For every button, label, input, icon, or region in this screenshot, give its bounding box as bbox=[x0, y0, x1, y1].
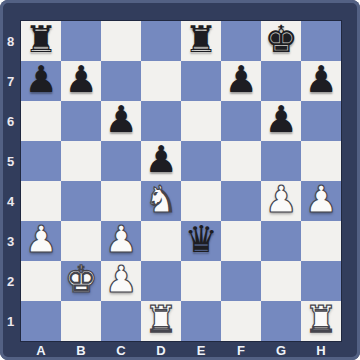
white-pawn[interactable]: ♟ bbox=[264, 180, 297, 220]
black-pawn[interactable]: ♟ bbox=[304, 60, 337, 100]
square-c4[interactable] bbox=[101, 181, 141, 221]
square-c8[interactable] bbox=[101, 21, 141, 61]
square-g6[interactable]: ♟ bbox=[261, 101, 301, 141]
square-c1[interactable] bbox=[101, 301, 141, 341]
file-label-c: C bbox=[101, 341, 141, 360]
square-d7[interactable] bbox=[141, 61, 181, 101]
square-d3[interactable] bbox=[141, 221, 181, 261]
square-f5[interactable] bbox=[221, 141, 261, 181]
black-pawn[interactable]: ♟ bbox=[144, 140, 177, 180]
square-b8[interactable] bbox=[61, 21, 101, 61]
rank-label-7: 7 bbox=[0, 61, 21, 101]
square-a7[interactable]: ♟ bbox=[21, 61, 61, 101]
square-a3[interactable]: ♟ bbox=[21, 221, 61, 261]
square-h3[interactable] bbox=[301, 221, 341, 261]
black-pawn[interactable]: ♟ bbox=[264, 100, 297, 140]
square-d1[interactable]: ♜ bbox=[141, 301, 181, 341]
file-label-h: H bbox=[301, 341, 341, 360]
square-d5[interactable]: ♟ bbox=[141, 141, 181, 181]
square-b1[interactable] bbox=[61, 301, 101, 341]
square-e2[interactable] bbox=[181, 261, 221, 301]
square-d6[interactable] bbox=[141, 101, 181, 141]
file-label-f: F bbox=[221, 341, 261, 360]
file-label-a: A bbox=[21, 341, 61, 360]
white-pawn[interactable]: ♟ bbox=[304, 180, 337, 220]
white-pawn[interactable]: ♟ bbox=[104, 220, 137, 260]
square-d4[interactable]: ♞ bbox=[141, 181, 181, 221]
square-d2[interactable] bbox=[141, 261, 181, 301]
file-label-b: B bbox=[61, 341, 101, 360]
white-rook[interactable]: ♜ bbox=[304, 300, 337, 340]
file-labels: ABCDEFGH bbox=[21, 341, 341, 360]
square-e6[interactable] bbox=[181, 101, 221, 141]
square-c3[interactable]: ♟ bbox=[101, 221, 141, 261]
square-e7[interactable] bbox=[181, 61, 221, 101]
square-a8[interactable]: ♜ bbox=[21, 21, 61, 61]
rank-label-2: 2 bbox=[0, 261, 21, 301]
file-label-g: G bbox=[261, 341, 301, 360]
square-b5[interactable] bbox=[61, 141, 101, 181]
square-h7[interactable]: ♟ bbox=[301, 61, 341, 101]
square-g8[interactable]: ♚ bbox=[261, 21, 301, 61]
square-g4[interactable]: ♟ bbox=[261, 181, 301, 221]
square-g1[interactable] bbox=[261, 301, 301, 341]
black-queen[interactable]: ♛ bbox=[184, 220, 217, 260]
white-pawn[interactable]: ♟ bbox=[104, 260, 137, 300]
file-label-d: D bbox=[141, 341, 181, 360]
chess-board-frame: ♜♜♚♟♟♟♟♟♟♟♞♟♟♟♟♛♚♟♜♜ 87654321 ABCDEFGH bbox=[0, 0, 360, 360]
rank-label-4: 4 bbox=[0, 181, 21, 221]
square-c6[interactable]: ♟ bbox=[101, 101, 141, 141]
rank-labels: 87654321 bbox=[0, 21, 21, 341]
square-h8[interactable] bbox=[301, 21, 341, 61]
rank-label-6: 6 bbox=[0, 101, 21, 141]
rank-label-5: 5 bbox=[0, 141, 21, 181]
square-d8[interactable] bbox=[141, 21, 181, 61]
square-h5[interactable] bbox=[301, 141, 341, 181]
black-rook[interactable]: ♜ bbox=[24, 20, 57, 60]
black-rook[interactable]: ♜ bbox=[184, 20, 217, 60]
square-b3[interactable] bbox=[61, 221, 101, 261]
square-a6[interactable] bbox=[21, 101, 61, 141]
square-h2[interactable] bbox=[301, 261, 341, 301]
square-f1[interactable] bbox=[221, 301, 261, 341]
square-f6[interactable] bbox=[221, 101, 261, 141]
black-pawn[interactable]: ♟ bbox=[64, 60, 97, 100]
rank-label-3: 3 bbox=[0, 221, 21, 261]
square-a1[interactable] bbox=[21, 301, 61, 341]
square-e5[interactable] bbox=[181, 141, 221, 181]
square-c2[interactable]: ♟ bbox=[101, 261, 141, 301]
white-king[interactable]: ♚ bbox=[64, 260, 97, 300]
square-b4[interactable] bbox=[61, 181, 101, 221]
square-f3[interactable] bbox=[221, 221, 261, 261]
square-a4[interactable] bbox=[21, 181, 61, 221]
white-pawn[interactable]: ♟ bbox=[24, 220, 57, 260]
square-a5[interactable] bbox=[21, 141, 61, 181]
square-f8[interactable] bbox=[221, 21, 261, 61]
square-b2[interactable]: ♚ bbox=[61, 261, 101, 301]
square-b6[interactable] bbox=[61, 101, 101, 141]
square-e1[interactable] bbox=[181, 301, 221, 341]
file-label-e: E bbox=[181, 341, 221, 360]
white-rook[interactable]: ♜ bbox=[144, 300, 177, 340]
square-e4[interactable] bbox=[181, 181, 221, 221]
square-c5[interactable] bbox=[101, 141, 141, 181]
rank-label-8: 8 bbox=[0, 21, 21, 61]
square-g7[interactable] bbox=[261, 61, 301, 101]
square-a2[interactable] bbox=[21, 261, 61, 301]
chess-board: ♜♜♚♟♟♟♟♟♟♟♞♟♟♟♟♛♚♟♜♜ bbox=[21, 21, 341, 341]
square-e8[interactable]: ♜ bbox=[181, 21, 221, 61]
square-h4[interactable]: ♟ bbox=[301, 181, 341, 221]
black-pawn[interactable]: ♟ bbox=[24, 60, 57, 100]
square-e3[interactable]: ♛ bbox=[181, 221, 221, 261]
square-h6[interactable] bbox=[301, 101, 341, 141]
square-g2[interactable] bbox=[261, 261, 301, 301]
rank-label-1: 1 bbox=[0, 301, 21, 341]
square-h1[interactable]: ♜ bbox=[301, 301, 341, 341]
square-f7[interactable]: ♟ bbox=[221, 61, 261, 101]
square-b7[interactable]: ♟ bbox=[61, 61, 101, 101]
square-g5[interactable] bbox=[261, 141, 301, 181]
square-g3[interactable] bbox=[261, 221, 301, 261]
square-c7[interactable] bbox=[101, 61, 141, 101]
black-pawn[interactable]: ♟ bbox=[224, 60, 257, 100]
white-knight[interactable]: ♞ bbox=[144, 180, 177, 220]
square-f4[interactable] bbox=[221, 181, 261, 221]
black-pawn[interactable]: ♟ bbox=[104, 100, 137, 140]
black-king[interactable]: ♚ bbox=[264, 20, 297, 60]
square-f2[interactable] bbox=[221, 261, 261, 301]
